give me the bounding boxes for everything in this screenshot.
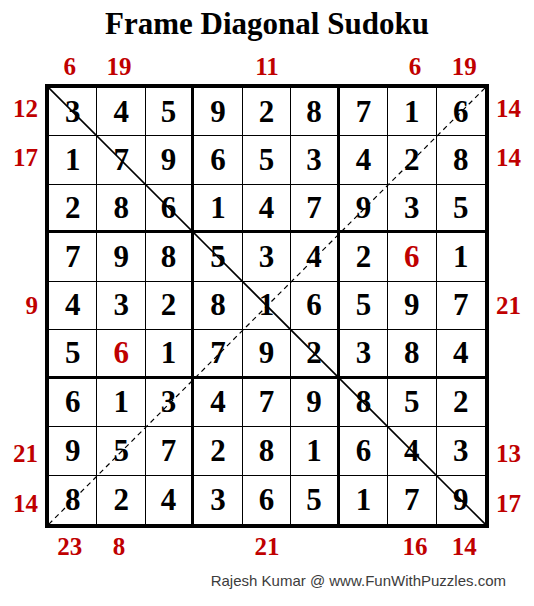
top-clues-row: 61911619	[45, 48, 489, 84]
cell-r4c3[interactable]: 8	[146, 233, 194, 281]
cell-r7c6[interactable]: 9	[291, 379, 339, 427]
top-clue-1: 6	[45, 48, 94, 84]
cell-r4c2[interactable]: 9	[97, 233, 145, 281]
cell-r1c6[interactable]: 8	[291, 88, 339, 136]
left-clue-9: 14	[0, 479, 45, 528]
left-clue-3	[0, 183, 45, 232]
bottom-clue-5: 21	[242, 528, 291, 564]
left-clue-5: 9	[0, 281, 45, 330]
cell-r7c5[interactable]: 7	[243, 379, 291, 427]
cell-r3c2[interactable]: 8	[97, 185, 145, 233]
left-clue-7	[0, 380, 45, 429]
cell-r8c3[interactable]: 7	[146, 427, 194, 475]
cell-r1c9[interactable]: 6	[437, 88, 485, 136]
cell-r3c3[interactable]: 6	[146, 185, 194, 233]
cell-r8c9[interactable]: 3	[437, 427, 485, 475]
cell-r7c2[interactable]: 1	[97, 379, 145, 427]
cell-r7c7[interactable]: 8	[340, 379, 388, 427]
cell-r9c7[interactable]: 1	[340, 476, 388, 524]
top-clue-6	[292, 48, 341, 84]
top-clue-2: 19	[94, 48, 143, 84]
cell-r6c1[interactable]: 5	[49, 330, 97, 378]
top-clue-9: 19	[440, 48, 489, 84]
right-clue-6	[489, 331, 534, 380]
cell-r6c5[interactable]: 9	[243, 330, 291, 378]
right-clue-9: 17	[489, 479, 534, 528]
cell-r7c8[interactable]: 5	[388, 379, 436, 427]
cell-r3c6[interactable]: 7	[291, 185, 339, 233]
bottom-clue-6	[292, 528, 341, 564]
cell-r5c2[interactable]: 3	[97, 282, 145, 330]
cell-r4c4[interactable]: 5	[194, 233, 242, 281]
cell-r9c8[interactable]: 7	[388, 476, 436, 524]
top-clue-8: 6	[390, 48, 439, 84]
cell-r9c6[interactable]: 5	[291, 476, 339, 524]
cell-r4c9[interactable]: 1	[437, 233, 485, 281]
cell-r1c3[interactable]: 5	[146, 88, 194, 136]
right-clue-1: 14	[489, 84, 534, 133]
cell-r2c3[interactable]: 9	[146, 136, 194, 184]
bottom-clue-3	[144, 528, 193, 564]
bottom-clue-2: 8	[94, 528, 143, 564]
page-title: Frame Diagonal Sudoku	[0, 0, 534, 48]
cell-r4c6[interactable]: 4	[291, 233, 339, 281]
top-clue-5: 11	[242, 48, 291, 84]
cell-r4c7[interactable]: 2	[340, 233, 388, 281]
left-clue-1: 12	[0, 84, 45, 133]
cell-r1c8[interactable]: 1	[388, 88, 436, 136]
cell-r5c1[interactable]: 4	[49, 282, 97, 330]
cell-r2c5[interactable]: 5	[243, 136, 291, 184]
right-clue-8: 13	[489, 429, 534, 478]
cell-r2c4[interactable]: 6	[194, 136, 242, 184]
cell-r3c5[interactable]: 4	[243, 185, 291, 233]
cell-r1c2[interactable]: 4	[97, 88, 145, 136]
cell-r2c1[interactable]: 1	[49, 136, 97, 184]
cell-r6c2[interactable]: 6	[97, 330, 145, 378]
cell-r6c7[interactable]: 3	[340, 330, 388, 378]
top-clue-4	[193, 48, 242, 84]
bottom-clue-8: 16	[390, 528, 439, 564]
cell-r3c1[interactable]: 2	[49, 185, 97, 233]
bottom-clue-4	[193, 528, 242, 564]
cell-r2c6[interactable]: 3	[291, 136, 339, 184]
cell-r9c9[interactable]: 9	[437, 476, 485, 524]
top-clue-3	[144, 48, 193, 84]
cell-r5c4[interactable]: 8	[194, 282, 242, 330]
cell-r3c9[interactable]: 5	[437, 185, 485, 233]
cell-r5c3[interactable]: 2	[146, 282, 194, 330]
cell-r9c4[interactable]: 3	[194, 476, 242, 524]
cell-r7c9[interactable]: 2	[437, 379, 485, 427]
cell-r2c2[interactable]: 7	[97, 136, 145, 184]
cell-r7c1[interactable]: 6	[49, 379, 97, 427]
cell-r6c6[interactable]: 2	[291, 330, 339, 378]
cell-r6c9[interactable]: 4	[437, 330, 485, 378]
cell-r9c3[interactable]: 4	[146, 476, 194, 524]
cell-r9c5[interactable]: 6	[243, 476, 291, 524]
cell-r1c5[interactable]: 2	[243, 88, 291, 136]
right-clue-7	[489, 380, 534, 429]
left-clue-8: 21	[0, 429, 45, 478]
cell-r5c9[interactable]: 7	[437, 282, 485, 330]
cell-r8c6[interactable]: 1	[291, 427, 339, 475]
bottom-clue-1: 23	[45, 528, 94, 564]
bottom-clues-row: 238211614	[45, 528, 489, 564]
sudoku-board: 3459287161796534282861479357985342614328…	[45, 84, 489, 528]
cell-r5c6[interactable]: 6	[291, 282, 339, 330]
left-clue-4	[0, 232, 45, 281]
right-clue-4	[489, 232, 534, 281]
cell-r9c1[interactable]: 8	[49, 476, 97, 524]
cell-r4c8[interactable]: 6	[388, 233, 436, 281]
left-clues-column: 121792114	[0, 84, 45, 528]
cell-r5c7[interactable]: 5	[340, 282, 388, 330]
cell-r1c4[interactable]: 9	[194, 88, 242, 136]
cell-r2c9[interactable]: 8	[437, 136, 485, 184]
cell-r7c3[interactable]: 3	[146, 379, 194, 427]
cell-r4c5[interactable]: 3	[243, 233, 291, 281]
puzzle-page: Frame Diagonal Sudoku 61911619 121792114…	[0, 0, 534, 606]
cell-r2c7[interactable]: 4	[340, 136, 388, 184]
cell-r6c4[interactable]: 7	[194, 330, 242, 378]
cell-r3c4[interactable]: 1	[194, 185, 242, 233]
cell-r1c1[interactable]: 3	[49, 88, 97, 136]
cell-r4c1[interactable]: 7	[49, 233, 97, 281]
right-clues-column: 1414211317	[489, 84, 534, 528]
cell-r8c2[interactable]: 5	[97, 427, 145, 475]
cell-r8c4[interactable]: 2	[194, 427, 242, 475]
cell-r6c8[interactable]: 8	[388, 330, 436, 378]
cell-r6c3[interactable]: 1	[146, 330, 194, 378]
cell-r8c8[interactable]: 4	[388, 427, 436, 475]
cell-r3c8[interactable]: 3	[388, 185, 436, 233]
right-clue-5: 21	[489, 281, 534, 330]
cell-r1c7[interactable]: 7	[340, 88, 388, 136]
cell-r7c4[interactable]: 4	[194, 379, 242, 427]
frame-sudoku-layout: 61911619 121792114 345928716179653428286…	[0, 48, 534, 564]
bottom-clue-7	[341, 528, 390, 564]
bottom-clue-9: 14	[440, 528, 489, 564]
left-clue-6	[0, 331, 45, 380]
cell-r8c5[interactable]: 8	[243, 427, 291, 475]
cell-r3c7[interactable]: 9	[340, 185, 388, 233]
cell-r8c1[interactable]: 9	[49, 427, 97, 475]
right-clue-3	[489, 183, 534, 232]
top-clue-7	[341, 48, 390, 84]
cell-r9c2[interactable]: 2	[97, 476, 145, 524]
cell-r2c8[interactable]: 2	[388, 136, 436, 184]
cell-r8c7[interactable]: 6	[340, 427, 388, 475]
cell-r5c8[interactable]: 9	[388, 282, 436, 330]
cell-r5c5[interactable]: 1	[243, 282, 291, 330]
credit-text: Rajesh Kumar @ www.FunWithPuzzles.com	[0, 572, 534, 589]
right-clue-2: 14	[489, 133, 534, 182]
left-clue-2: 17	[0, 133, 45, 182]
